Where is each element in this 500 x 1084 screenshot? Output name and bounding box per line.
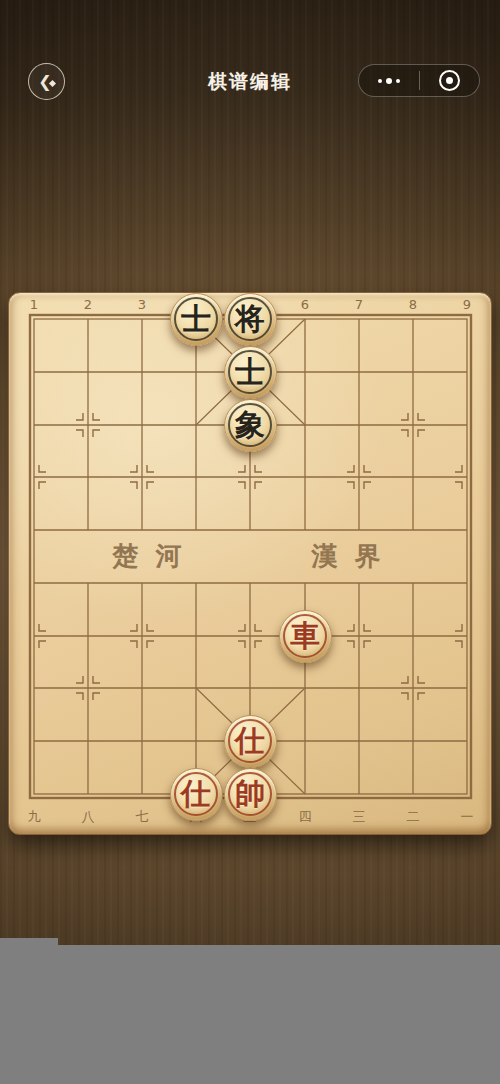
piece-帥[interactable]: 帥 <box>224 768 277 821</box>
piece-仕[interactable]: 仕 <box>224 715 277 768</box>
river-label-left: 楚河 <box>96 539 199 574</box>
river-label-right: 漢界 <box>295 539 398 574</box>
piece-character: 仕 <box>171 769 222 820</box>
file-label-bottom: 九 <box>28 810 41 823</box>
more-ellipsis-icon <box>378 78 400 84</box>
piece-車[interactable]: 車 <box>279 610 332 663</box>
file-label-top: 8 <box>409 298 417 311</box>
piece-将[interactable]: 将 <box>224 293 277 346</box>
file-label-top: 6 <box>301 298 309 311</box>
gray-footer: 蓝莓安卓网 www.lmkjst.com <box>0 945 500 1084</box>
file-label-top: 9 <box>463 298 471 311</box>
miniprogram-capsule <box>358 64 480 97</box>
file-label-bottom: 四 <box>299 810 312 823</box>
app-screen: ❮ 棋谱编辑 楚河 漢界 123456789九八七六五四三二一 士将士象車仕仕帥 <box>0 0 500 1084</box>
file-label-top: 1 <box>30 298 38 311</box>
piece-象[interactable]: 象 <box>224 399 277 452</box>
file-label-bottom: 二 <box>407 810 420 823</box>
header: ❮ 棋谱编辑 <box>0 0 500 110</box>
file-label-bottom: 三 <box>353 810 366 823</box>
piece-character: 士 <box>225 347 276 398</box>
piece-character: 車 <box>280 611 331 662</box>
file-label-top: 2 <box>84 298 92 311</box>
file-label-top: 7 <box>355 298 363 311</box>
file-label-bottom: 八 <box>82 810 95 823</box>
file-label-bottom: 七 <box>136 810 149 823</box>
piece-士[interactable]: 士 <box>170 293 223 346</box>
xiangqi-board[interactable]: 楚河 漢界 123456789九八七六五四三二一 士将士象車仕仕帥 <box>8 292 492 835</box>
piece-character: 帥 <box>225 769 276 820</box>
piece-character: 士 <box>171 294 222 345</box>
piece-仕[interactable]: 仕 <box>170 768 223 821</box>
close-button[interactable] <box>420 65 480 96</box>
close-target-icon <box>439 70 460 91</box>
piece-character: 象 <box>225 400 276 451</box>
file-label-bottom: 一 <box>461 810 474 823</box>
piece-character: 将 <box>225 294 276 345</box>
file-label-top: 3 <box>138 298 146 311</box>
more-button[interactable] <box>359 65 419 96</box>
piece-士[interactable]: 士 <box>224 346 277 399</box>
piece-character: 仕 <box>225 716 276 767</box>
